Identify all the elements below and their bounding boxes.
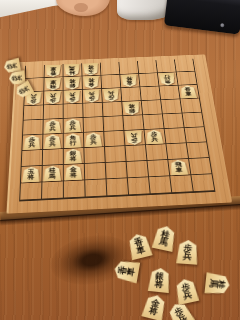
- piece-gote-r2c6[interactable]: 金将: [121, 74, 138, 87]
- piece-sente-r6c2[interactable]: 歩兵: [44, 134, 61, 149]
- piece-kanji: 歩兵: [174, 277, 200, 305]
- piece-kanji: 歩兵: [176, 239, 199, 264]
- piece-kanji: 飛車: [45, 77, 61, 90]
- piece-kanji: 歩兵: [103, 88, 120, 101]
- piece-sente-r3c9[interactable]: 香車: [179, 85, 197, 98]
- captured-piece[interactable]: 歩兵: [166, 299, 196, 320]
- piece-kanji: 金将: [65, 164, 83, 180]
- piece-kanji: 歩兵: [84, 89, 100, 102]
- piece-sente-r8c2[interactable]: 桂馬: [43, 165, 61, 181]
- piece-sente-r5c3[interactable]: 歩兵: [65, 118, 82, 132]
- piece-gote-r3c2[interactable]: 歩兵: [45, 91, 61, 104]
- piece-kanji: 角行: [159, 72, 176, 85]
- captured-piece[interactable]: 香車: [126, 232, 152, 260]
- piece-kanji: 金将: [83, 76, 99, 89]
- piece-kanji: 香車: [126, 232, 152, 260]
- piece-kanji: 歩兵: [65, 118, 82, 132]
- piece-gote-r1c4[interactable]: 玉将: [83, 63, 99, 76]
- piece-kanji: 歩兵: [45, 91, 61, 104]
- piece-gote-r2c8[interactable]: 角行: [159, 72, 176, 85]
- piece-sente-r8c3[interactable]: 金将: [65, 164, 83, 180]
- piece-sente-r6c4[interactable]: 歩兵: [85, 132, 102, 147]
- piece-kanji: 歩兵: [145, 129, 163, 144]
- piece-kanji: 歩兵: [125, 130, 143, 145]
- piece-gote-r3c5[interactable]: 歩兵: [103, 88, 120, 101]
- piece-kanji: 角行: [65, 133, 82, 148]
- captured-piece[interactable]: 金将: [141, 293, 167, 320]
- piece-gote-r2c3[interactable]: 銀将: [64, 76, 80, 89]
- piece-kanji: 玉将: [22, 166, 40, 182]
- piece-gote-r2c4[interactable]: 金将: [83, 76, 99, 89]
- piece-kanji: 桂馬: [152, 224, 178, 252]
- piece-gote-r4c6[interactable]: 銀将: [123, 101, 140, 115]
- piece-kanji: 歩兵: [64, 90, 80, 103]
- photo-canvas: 香車桂馬玉将飛車銀将金将金将角行歩兵歩兵歩兵歩兵歩兵香車銀将歩兵歩兵歩兵歩兵角行…: [0, 0, 240, 320]
- piece-gote-r6c6[interactable]: 歩兵: [125, 130, 143, 145]
- piece-kanji: 銀将: [65, 148, 82, 163]
- piece-kanji: 香車: [179, 85, 197, 98]
- piece-gote-r3c4[interactable]: 歩兵: [84, 89, 100, 102]
- piece-gote-r2c2[interactable]: 飛車: [45, 77, 61, 90]
- piece-kanji: 歩兵: [44, 119, 61, 133]
- piece-kanji: 歩兵: [85, 132, 102, 147]
- piece-gote-r1c3[interactable]: 桂馬: [64, 64, 80, 77]
- captured-piece[interactable]: 桂馬: [204, 272, 230, 295]
- captured-piece[interactable]: 歩兵: [174, 277, 200, 305]
- captured-piece[interactable]: 歩兵: [176, 239, 199, 264]
- piece-sente-r6c1[interactable]: 歩兵: [23, 135, 40, 150]
- captured-piece[interactable]: 銀将: [148, 267, 171, 293]
- piece-kanji: 銀将: [123, 101, 140, 115]
- piece-sente-r6c7[interactable]: 歩兵: [145, 129, 163, 144]
- captured-piece[interactable]: 香車: [113, 259, 140, 284]
- board-grid[interactable]: 香車桂馬玉将飛車銀将金将金将角行歩兵歩兵歩兵歩兵歩兵香車銀将歩兵歩兵歩兵歩兵角行…: [19, 59, 215, 202]
- piece-sente-r5c2[interactable]: 歩兵: [44, 119, 61, 133]
- piece-kanji: 歩兵: [23, 135, 40, 150]
- piece-sente-r7c3[interactable]: 銀将: [65, 148, 82, 163]
- piece-kanji: 桂馬: [204, 272, 230, 295]
- piece-kanji: 歩兵: [166, 299, 196, 320]
- player-hand: [56, 0, 110, 16]
- piece-kanji: 玉将: [83, 63, 99, 76]
- phone-port-icon: [220, 23, 224, 27]
- smartphone: [164, 0, 240, 34]
- piece-kanji: 金将: [141, 293, 167, 320]
- piece-sente-r8c1[interactable]: 玉将: [22, 166, 40, 182]
- shogi-board: 香車桂馬玉将飛車銀将金将金将角行歩兵歩兵歩兵歩兵歩兵香車銀将歩兵歩兵歩兵歩兵角行…: [6, 54, 232, 213]
- piece-kanji: 銀将: [148, 267, 171, 293]
- piece-kanji: 香車: [45, 64, 61, 77]
- piece-kanji: 桂馬: [43, 165, 61, 181]
- piece-sente-r6c3[interactable]: 角行: [65, 133, 82, 148]
- piece-kanji: 飛車: [169, 159, 188, 175]
- piece-kanji: 歩兵: [44, 134, 61, 149]
- captured-piece[interactable]: 桂馬: [152, 224, 178, 252]
- piece-kanji: 香車: [113, 259, 140, 284]
- piece-gote-r3c3[interactable]: 歩兵: [64, 90, 80, 103]
- piece-sente-r8c8[interactable]: 飛車: [169, 159, 188, 175]
- piece-kanji: 金将: [121, 74, 138, 87]
- piece-kanji: 桂馬: [64, 64, 80, 77]
- piece-gote-r1c2[interactable]: 香車: [45, 64, 61, 77]
- piece-kanji: 銀将: [64, 76, 80, 89]
